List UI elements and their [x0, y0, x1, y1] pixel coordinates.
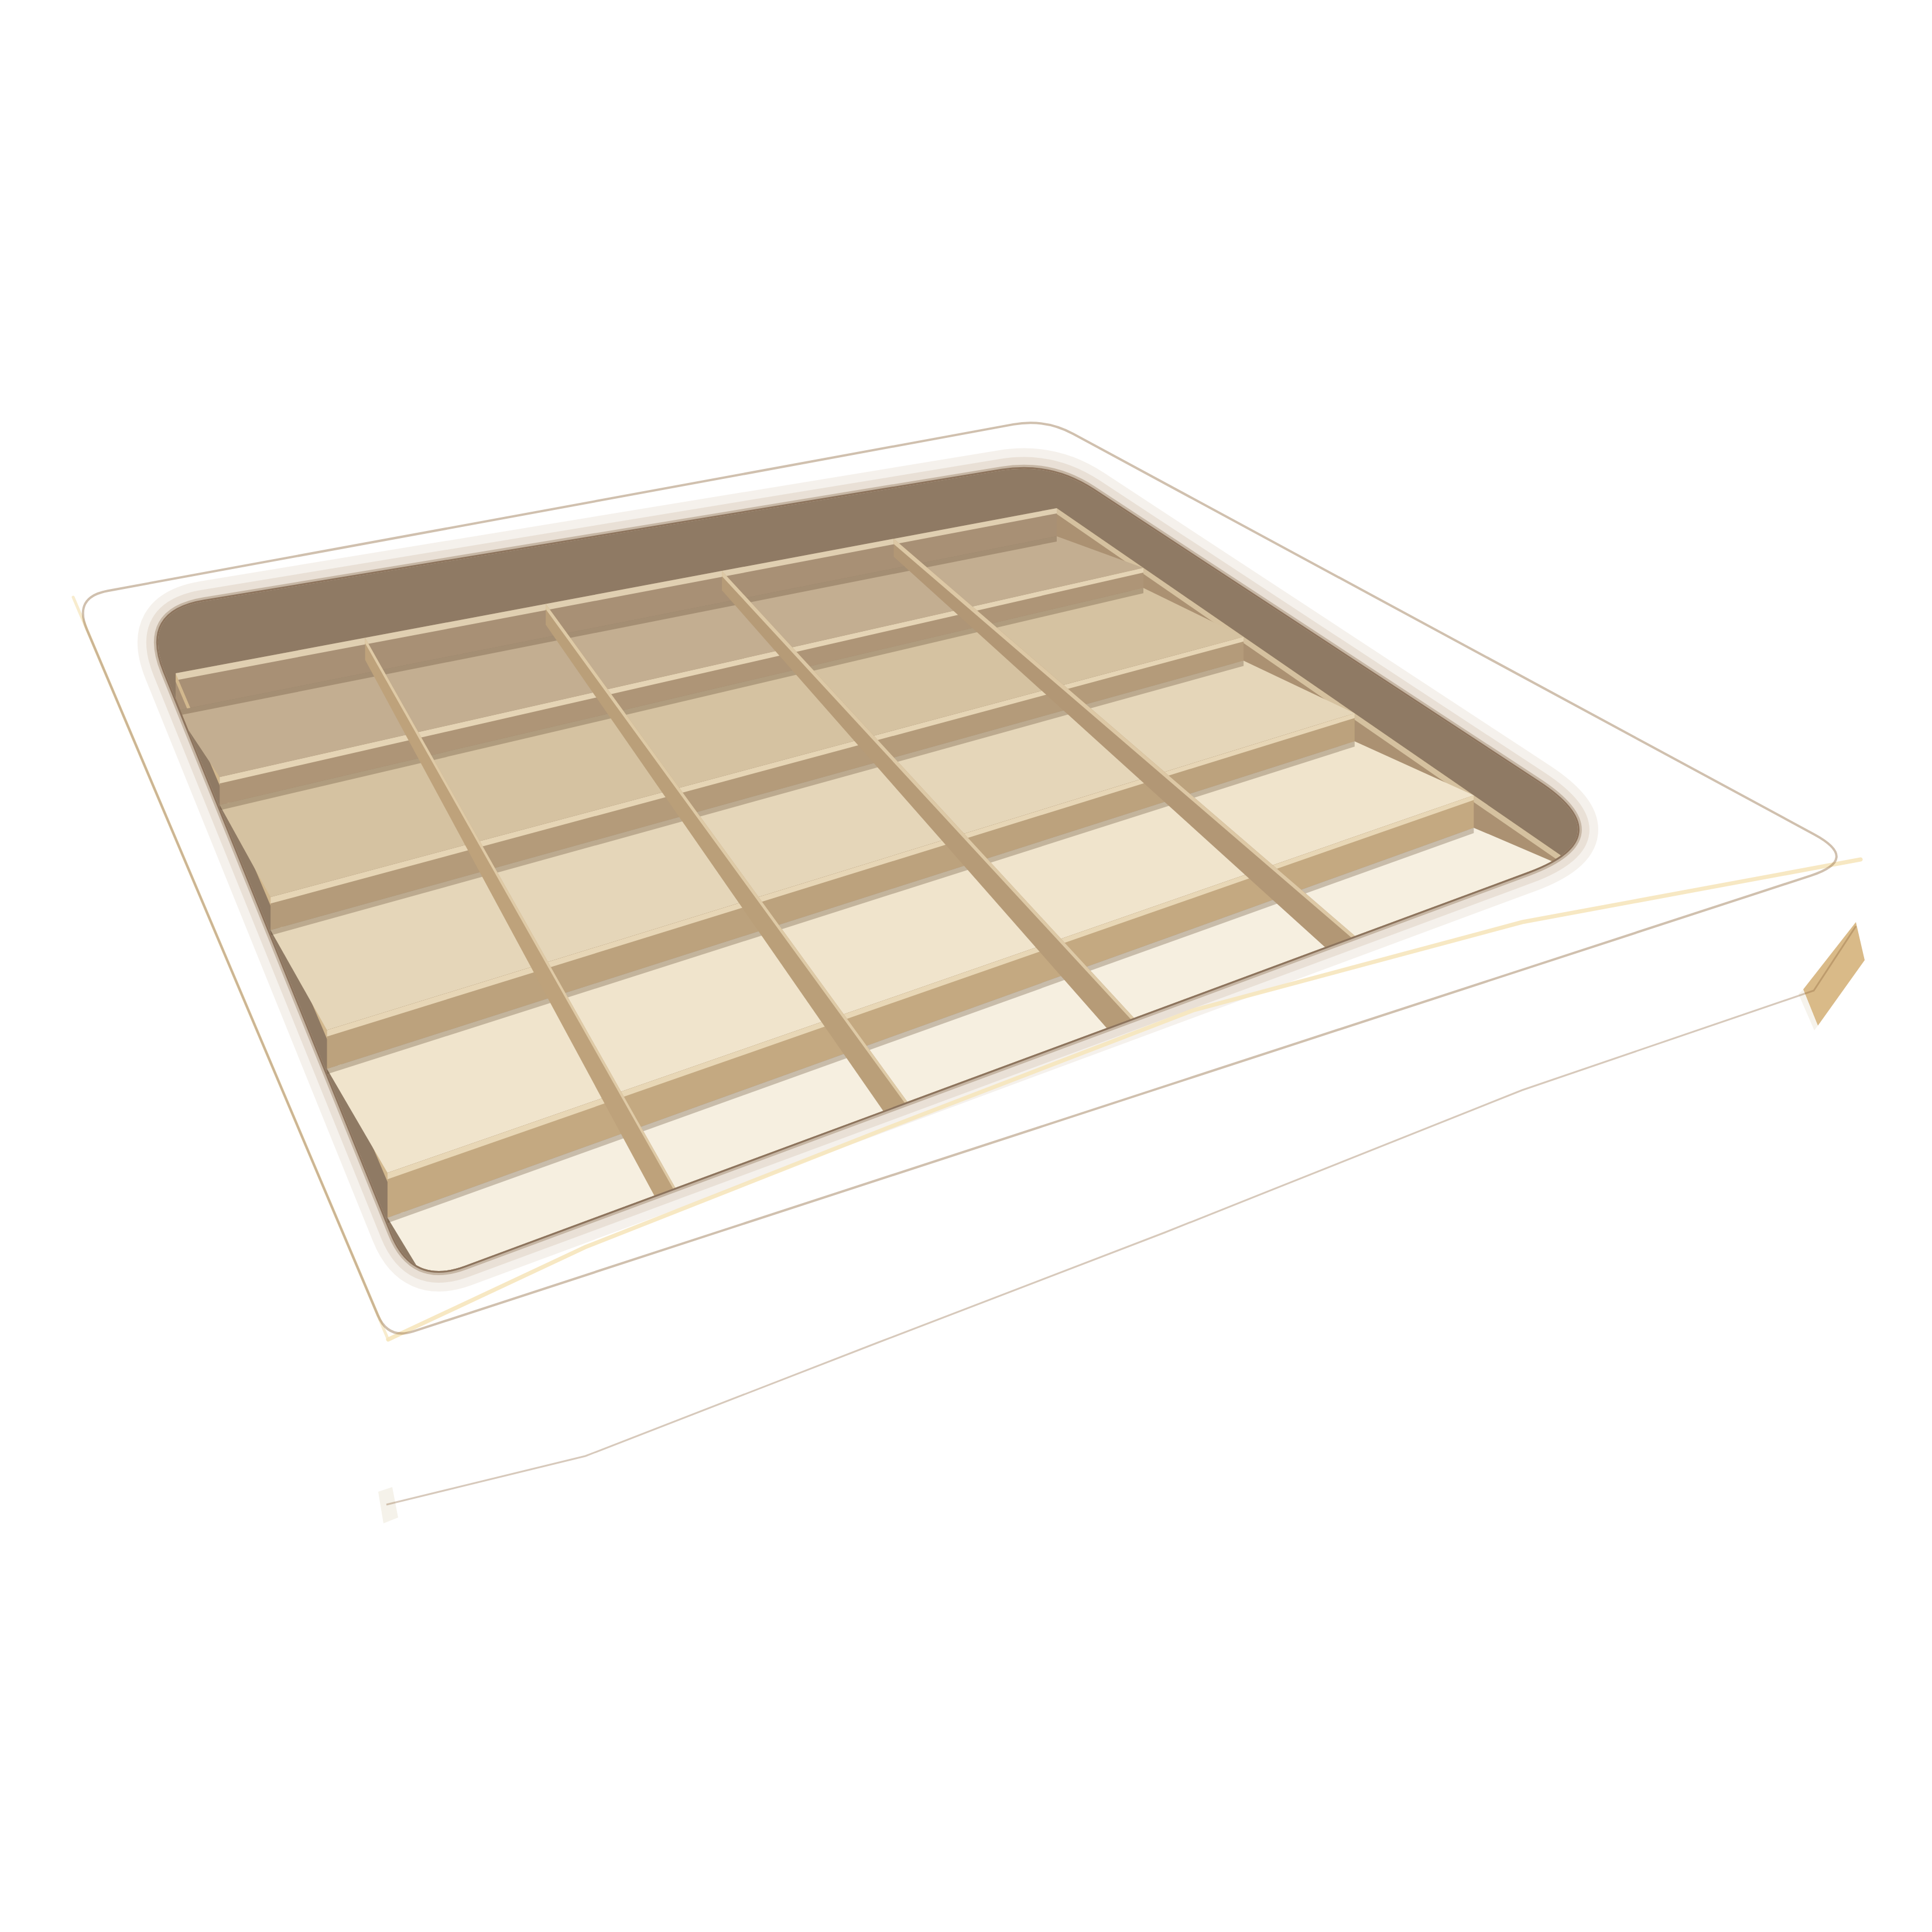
- window-interior: [36, 363, 1781, 1458]
- base-box-flap-right: [1803, 922, 1865, 1026]
- base-box-white-sliver: [378, 1487, 398, 1523]
- scene-svg: [0, 0, 1932, 1932]
- kraft-box-product-photo: [0, 0, 1932, 1932]
